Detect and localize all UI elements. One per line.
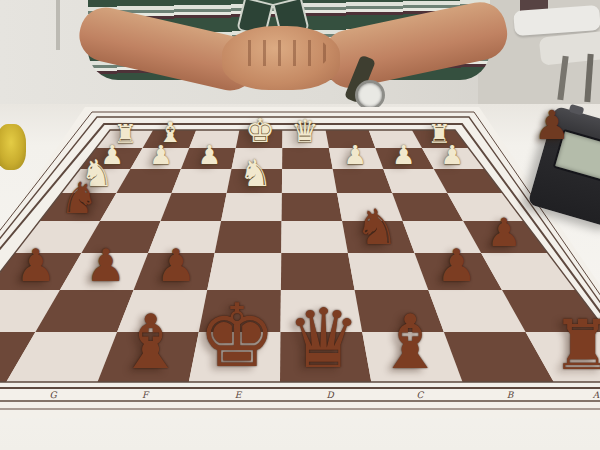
file-label-C: C [417, 390, 425, 400]
piece-black-rook-a8[interactable]: ♜ [552, 311, 600, 380]
piece-white-queen-d1[interactable]: ♛ [291, 116, 319, 147]
file-label-A: A [592, 390, 600, 400]
piece-white-knight-e3[interactable]: ♞ [239, 155, 272, 192]
piece-black-king-e8[interactable]: ♚ [198, 293, 276, 380]
piece-black-bishop-f8[interactable]: ♝ [117, 305, 184, 380]
square-c6[interactable] [348, 253, 428, 290]
square-d6[interactable] [281, 253, 355, 290]
square-d3[interactable] [282, 169, 337, 193]
piece-black-knight-c5[interactable]: ♞ [355, 203, 399, 252]
photo-scene: GFEDCBA ♜♛♚♝♜♟♟♟♟♟♟♞♞♞♟♞♟♟♟♟♜♝♛♚♝♜ ♟ [0, 0, 600, 450]
piece-black-knight-h4[interactable]: ♞ [60, 177, 99, 220]
square-c3[interactable] [333, 169, 393, 193]
piece-black-pawn-b6[interactable]: ♟ [436, 243, 476, 288]
square-e4[interactable] [221, 193, 282, 221]
square-d5[interactable] [281, 221, 348, 253]
piece-black-pawn-h6[interactable]: ♟ [15, 243, 55, 288]
piece-white-pawn-f2[interactable]: ♟ [198, 142, 221, 168]
piece-black-bishop-c8[interactable]: ♝ [376, 305, 443, 380]
piece-white-pawn-b2[interactable]: ♟ [392, 142, 415, 168]
file-label-D: D [326, 390, 334, 400]
piece-black-pawn-f6[interactable]: ♟ [156, 243, 196, 288]
captured-black-pawn: ♟ [534, 105, 570, 145]
piece-white-pawn-c2[interactable]: ♟ [343, 142, 366, 168]
file-label-G: G [49, 390, 57, 400]
piece-white-pawn-a2[interactable]: ♟ [441, 142, 464, 168]
square-e6[interactable] [207, 253, 281, 290]
square-d4[interactable] [282, 193, 343, 221]
piece-black-pawn-g6[interactable]: ♟ [86, 243, 126, 288]
square-f3[interactable] [172, 169, 232, 193]
square-e5[interactable] [215, 221, 282, 253]
square-f4[interactable] [161, 193, 227, 221]
piece-black-rook-h8[interactable]: ♜ [0, 311, 9, 380]
piece-black-queen-d8[interactable]: ♛ [287, 298, 361, 380]
piece-white-king-e1[interactable]: ♚ [245, 115, 275, 148]
square-d2[interactable] [282, 148, 333, 169]
piece-white-pawn-g2[interactable]: ♟ [149, 142, 172, 168]
piece-black-pawn-a5[interactable]: ♟ [486, 212, 521, 251]
